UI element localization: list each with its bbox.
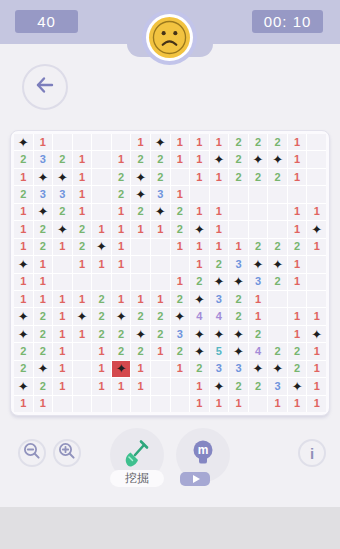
cell[interactable]: 2: [171, 221, 190, 237]
cell[interactable]: 2: [151, 326, 170, 342]
cell[interactable]: 1: [229, 396, 248, 412]
cell[interactable]: 1: [171, 134, 190, 150]
cell[interactable]: 1: [112, 291, 131, 307]
cell[interactable]: ✦: [229, 343, 248, 359]
cell[interactable]: ✦: [131, 186, 150, 202]
cell[interactable]: [249, 221, 268, 237]
mine-icon: ✦: [116, 362, 127, 375]
cell[interactable]: 2: [73, 239, 92, 255]
cell[interactable]: 4: [210, 308, 229, 324]
cell[interactable]: 1: [14, 396, 33, 412]
sad-face-icon: [152, 20, 187, 55]
cell[interactable]: 2: [34, 343, 53, 359]
cell[interactable]: ✦: [14, 378, 33, 394]
cell[interactable]: 1: [34, 134, 53, 150]
cell[interactable]: [171, 256, 190, 272]
mine-icon: ✦: [37, 362, 48, 375]
cell[interactable]: [307, 151, 326, 167]
cell[interactable]: [73, 134, 92, 150]
cell[interactable]: [73, 361, 92, 377]
cell[interactable]: ✦: [190, 343, 209, 359]
cell[interactable]: 1: [73, 326, 92, 342]
cell[interactable]: ✦: [151, 134, 170, 150]
mine-icon: ✦: [233, 345, 244, 358]
cell[interactable]: 1: [131, 378, 150, 394]
cell[interactable]: 1: [190, 151, 209, 167]
cell[interactable]: [92, 274, 111, 290]
cell[interactable]: 2: [92, 326, 111, 342]
cell[interactable]: 2: [288, 361, 307, 377]
cell[interactable]: [307, 186, 326, 202]
cell[interactable]: ✦: [34, 169, 53, 185]
cell[interactable]: 1: [112, 221, 131, 237]
cell[interactable]: 2: [249, 378, 268, 394]
cell[interactable]: ✦: [112, 308, 131, 324]
cell[interactable]: [171, 169, 190, 185]
mine-icon: ✦: [213, 153, 224, 166]
cell[interactable]: [307, 134, 326, 150]
cell[interactable]: ✦: [14, 308, 33, 324]
cell[interactable]: 2: [268, 343, 287, 359]
cell[interactable]: 1: [288, 204, 307, 220]
cell[interactable]: [307, 256, 326, 272]
mine-icon: ✦: [253, 258, 264, 271]
cell[interactable]: ✦: [288, 378, 307, 394]
cell[interactable]: [53, 396, 72, 412]
cell[interactable]: 1: [34, 274, 53, 290]
cell[interactable]: 2: [73, 221, 92, 237]
cell[interactable]: 1: [112, 256, 131, 272]
cell[interactable]: 1: [112, 151, 131, 167]
cell[interactable]: 1: [229, 239, 248, 255]
cell[interactable]: [92, 169, 111, 185]
cell[interactable]: [151, 361, 170, 377]
cell[interactable]: 1: [151, 291, 170, 307]
cell[interactable]: [53, 274, 72, 290]
cell[interactable]: 1: [288, 256, 307, 272]
cell[interactable]: [288, 186, 307, 202]
cell[interactable]: ✦: [34, 204, 53, 220]
cell[interactable]: 2: [151, 169, 170, 185]
cell[interactable]: [171, 378, 190, 394]
cell[interactable]: 2: [268, 274, 287, 290]
cell[interactable]: 1: [171, 361, 190, 377]
cell[interactable]: 1: [190, 378, 209, 394]
cell[interactable]: 2: [14, 186, 33, 202]
cell[interactable]: 2: [190, 274, 209, 290]
cell[interactable]: 1: [53, 361, 72, 377]
cell[interactable]: [131, 274, 150, 290]
cell[interactable]: 2: [268, 134, 287, 150]
cell[interactable]: [249, 204, 268, 220]
cell[interactable]: [151, 274, 170, 290]
cell[interactable]: [53, 134, 72, 150]
cell[interactable]: [229, 221, 248, 237]
cell[interactable]: ✦: [268, 151, 287, 167]
cell[interactable]: 1: [131, 221, 150, 237]
cell[interactable]: 1: [34, 256, 53, 272]
mine-icon: ✦: [57, 171, 68, 184]
cell[interactable]: 2: [249, 169, 268, 185]
cell[interactable]: 3: [210, 361, 229, 377]
cell[interactable]: [131, 239, 150, 255]
cell[interactable]: 1: [171, 274, 190, 290]
cell[interactable]: 4: [190, 308, 209, 324]
mine-icon: ✦: [18, 310, 29, 323]
cell[interactable]: ✦: [268, 361, 287, 377]
cell[interactable]: 2: [112, 186, 131, 202]
cell[interactable]: 1: [53, 308, 72, 324]
cell[interactable]: 1: [131, 361, 150, 377]
cell[interactable]: [307, 169, 326, 185]
cell[interactable]: 1: [151, 343, 170, 359]
cell[interactable]: 2: [171, 291, 190, 307]
cell[interactable]: [190, 186, 209, 202]
cell[interactable]: 1: [190, 396, 209, 412]
cell[interactable]: 1: [190, 256, 209, 272]
mine-icon: ✦: [194, 293, 205, 306]
cell[interactable]: 1: [307, 204, 326, 220]
exploded-mine-cell[interactable]: ✦: [112, 361, 131, 377]
cell[interactable]: 1: [288, 396, 307, 412]
cell[interactable]: 2: [151, 308, 170, 324]
cell[interactable]: 3: [229, 256, 248, 272]
cell[interactable]: ✦: [249, 361, 268, 377]
cell[interactable]: 3: [210, 291, 229, 307]
cell[interactable]: 5: [210, 343, 229, 359]
cell[interactable]: 2: [288, 343, 307, 359]
cell[interactable]: [268, 308, 287, 324]
cell[interactable]: ✦: [14, 326, 33, 342]
shovel-icon: [120, 436, 154, 474]
cell[interactable]: 1: [307, 239, 326, 255]
cell[interactable]: [151, 256, 170, 272]
cell[interactable]: 1: [53, 291, 72, 307]
cell[interactable]: 2: [34, 221, 53, 237]
cell[interactable]: 2: [190, 361, 209, 377]
cell[interactable]: 1: [249, 308, 268, 324]
cell[interactable]: 3: [249, 274, 268, 290]
cell[interactable]: ✦: [307, 326, 326, 342]
cell[interactable]: [249, 186, 268, 202]
cell[interactable]: 2: [171, 343, 190, 359]
cell[interactable]: 2: [92, 308, 111, 324]
cell[interactable]: ✦: [171, 308, 190, 324]
cell[interactable]: ✦: [53, 221, 72, 237]
cell[interactable]: [73, 378, 92, 394]
cell[interactable]: [171, 396, 190, 412]
minesweeper-board: ✦11✦1112221232112211✦2✦✦11✦✦12✦211222123…: [10, 130, 330, 416]
cell[interactable]: 1: [288, 169, 307, 185]
magnifier-plus-icon: [57, 441, 77, 465]
cell[interactable]: [249, 396, 268, 412]
svg-text:m: m: [198, 443, 209, 457]
cell[interactable]: 1: [249, 291, 268, 307]
cell[interactable]: ✦: [268, 256, 287, 272]
zoom-in-button[interactable]: [53, 439, 81, 467]
cell[interactable]: 1: [73, 169, 92, 185]
cell[interactable]: ✦: [34, 361, 53, 377]
cell[interactable]: 2: [288, 239, 307, 255]
cell[interactable]: ✦: [210, 274, 229, 290]
cell[interactable]: [151, 396, 170, 412]
cell[interactable]: 3: [34, 186, 53, 202]
zoom-out-button[interactable]: [18, 439, 46, 467]
cell[interactable]: 1: [112, 204, 131, 220]
cell[interactable]: 2: [268, 169, 287, 185]
cell[interactable]: ✦: [210, 378, 229, 394]
cell[interactable]: 2: [268, 239, 287, 255]
cell[interactable]: 2: [53, 204, 72, 220]
cell[interactable]: 1: [190, 134, 209, 150]
mine-icon: ✦: [37, 171, 48, 184]
cell[interactable]: 1: [92, 221, 111, 237]
cell[interactable]: ✦: [14, 256, 33, 272]
cell[interactable]: 1: [210, 239, 229, 255]
cell[interactable]: 2: [229, 291, 248, 307]
cell[interactable]: 1: [112, 239, 131, 255]
cell[interactable]: 2: [229, 151, 248, 167]
cell[interactable]: 2: [131, 308, 150, 324]
mine-icon: ✦: [253, 362, 264, 375]
mine-icon: ✦: [155, 136, 166, 149]
cell[interactable]: ✦: [151, 204, 170, 220]
cell[interactable]: [92, 396, 111, 412]
cell[interactable]: [73, 343, 92, 359]
cell[interactable]: ✦: [14, 134, 33, 150]
cell[interactable]: 1: [307, 361, 326, 377]
cell[interactable]: ✦: [229, 326, 248, 342]
hint-ad-badge[interactable]: [180, 472, 210, 486]
cell[interactable]: 2: [151, 151, 170, 167]
cell[interactable]: 1: [14, 169, 33, 185]
cell[interactable]: [112, 134, 131, 150]
cell[interactable]: 1: [171, 186, 190, 202]
cell[interactable]: ✦: [92, 239, 111, 255]
cell[interactable]: 3: [268, 378, 287, 394]
cell[interactable]: ✦: [190, 326, 209, 342]
cell[interactable]: 1: [171, 239, 190, 255]
cell[interactable]: 2: [14, 343, 33, 359]
cell[interactable]: 3: [151, 186, 170, 202]
cell[interactable]: 1: [92, 378, 111, 394]
cell[interactable]: ✦: [131, 326, 150, 342]
cell[interactable]: [112, 396, 131, 412]
cell[interactable]: 2: [171, 204, 190, 220]
cell[interactable]: 1: [190, 204, 209, 220]
cell[interactable]: 1: [307, 308, 326, 324]
mine-icon: ✦: [37, 205, 48, 218]
cell[interactable]: [92, 186, 111, 202]
mine-icon: ✦: [135, 171, 146, 184]
cell[interactable]: [268, 204, 287, 220]
mine-icon: ✦: [311, 328, 322, 341]
cell[interactable]: [73, 274, 92, 290]
cell[interactable]: 1: [288, 221, 307, 237]
cell[interactable]: 2: [131, 151, 150, 167]
cell[interactable]: 1: [112, 378, 131, 394]
cell[interactable]: [268, 221, 287, 237]
cell[interactable]: 1: [268, 396, 287, 412]
cell[interactable]: 1: [210, 169, 229, 185]
cell[interactable]: 2: [249, 134, 268, 150]
cell[interactable]: 1: [288, 134, 307, 150]
cell[interactable]: 1: [73, 256, 92, 272]
cell[interactable]: 2: [34, 378, 53, 394]
cell[interactable]: 2: [210, 256, 229, 272]
cell[interactable]: 1: [92, 256, 111, 272]
cell[interactable]: [92, 204, 111, 220]
cell[interactable]: [151, 378, 170, 394]
cell[interactable]: ✦: [210, 326, 229, 342]
cell[interactable]: ✦: [190, 221, 209, 237]
cell[interactable]: ✦: [53, 169, 72, 185]
cell[interactable]: ✦: [210, 151, 229, 167]
cell[interactable]: [131, 256, 150, 272]
cell[interactable]: 2: [34, 308, 53, 324]
cell[interactable]: 2: [229, 169, 248, 185]
cell[interactable]: 1: [210, 221, 229, 237]
cell[interactable]: 1: [210, 396, 229, 412]
cell[interactable]: [92, 151, 111, 167]
cell[interactable]: 1: [53, 378, 72, 394]
cell[interactable]: 1: [210, 134, 229, 150]
cell[interactable]: [92, 134, 111, 150]
cell[interactable]: 2: [53, 151, 72, 167]
cell[interactable]: 1: [307, 396, 326, 412]
back-button[interactable]: [22, 64, 68, 110]
cell[interactable]: 2: [229, 378, 248, 394]
cell[interactable]: 1: [14, 291, 33, 307]
mine-icon: ✦: [272, 362, 283, 375]
cell[interactable]: ✦: [249, 151, 268, 167]
timer: 00: 10: [252, 10, 323, 33]
mine-icon: ✦: [194, 328, 205, 341]
cell[interactable]: [151, 239, 170, 255]
cell[interactable]: 2: [249, 326, 268, 342]
cell[interactable]: 1: [73, 151, 92, 167]
cell[interactable]: 2: [14, 361, 33, 377]
cell[interactable]: 3: [34, 151, 53, 167]
cell[interactable]: [268, 326, 287, 342]
cell[interactable]: [210, 186, 229, 202]
cell[interactable]: 2: [92, 291, 111, 307]
cell[interactable]: 1: [288, 274, 307, 290]
cell[interactable]: ✦: [131, 169, 150, 185]
cell[interactable]: 3: [53, 186, 72, 202]
face-reset-button[interactable]: [149, 17, 190, 58]
cell[interactable]: 1: [92, 361, 111, 377]
cell[interactable]: [53, 256, 72, 272]
mine-icon: ✦: [57, 223, 68, 236]
mine-icon: ✦: [233, 275, 244, 288]
mine-icon: ✦: [233, 328, 244, 341]
cell[interactable]: [268, 186, 287, 202]
cell[interactable]: 2: [229, 308, 248, 324]
play-icon: [193, 475, 200, 483]
cell[interactable]: ✦: [229, 274, 248, 290]
cell[interactable]: 3: [171, 326, 190, 342]
cell[interactable]: 1: [171, 151, 190, 167]
mine-icon: ✦: [116, 310, 127, 323]
mine-icon: ✦: [18, 136, 29, 149]
cell[interactable]: 1: [34, 396, 53, 412]
cell[interactable]: [131, 396, 150, 412]
cell[interactable]: 1: [307, 378, 326, 394]
cell[interactable]: 1: [14, 221, 33, 237]
cell[interactable]: 1: [288, 326, 307, 342]
cell[interactable]: ✦: [249, 256, 268, 272]
cell[interactable]: 2: [229, 134, 248, 150]
cell[interactable]: 2: [14, 151, 33, 167]
cell[interactable]: 1: [210, 204, 229, 220]
cell[interactable]: 1: [307, 343, 326, 359]
cell[interactable]: 2: [131, 204, 150, 220]
cell[interactable]: [229, 204, 248, 220]
cell[interactable]: 2: [34, 239, 53, 255]
bottom-ad-band: [0, 507, 340, 549]
magnifier-minus-icon: [22, 441, 42, 465]
cell[interactable]: 1: [131, 291, 150, 307]
cell[interactable]: [307, 291, 326, 307]
cell[interactable]: 1: [190, 169, 209, 185]
cell[interactable]: 2: [34, 326, 53, 342]
cell[interactable]: [229, 186, 248, 202]
mine-icon: ✦: [272, 258, 283, 271]
cell[interactable]: [73, 396, 92, 412]
cell[interactable]: 1: [53, 343, 72, 359]
cell[interactable]: 1: [14, 274, 33, 290]
cell[interactable]: 1: [190, 239, 209, 255]
cell[interactable]: [307, 274, 326, 290]
cell[interactable]: 1: [73, 204, 92, 220]
cell[interactable]: 1: [151, 221, 170, 237]
cell[interactable]: [268, 291, 287, 307]
dig-tool-label: 挖掘: [110, 470, 164, 487]
cell[interactable]: 2: [112, 169, 131, 185]
info-button[interactable]: i: [298, 439, 326, 467]
mine-icon: ✦: [194, 345, 205, 358]
cell[interactable]: 1: [53, 326, 72, 342]
mine-icon: ✦: [77, 310, 88, 323]
cell[interactable]: 2: [112, 343, 131, 359]
cell[interactable]: 1: [131, 134, 150, 150]
mine-icon: ✦: [18, 258, 29, 271]
mine-icon: ✦: [253, 153, 264, 166]
cell[interactable]: 1: [34, 291, 53, 307]
cell[interactable]: ✦: [73, 308, 92, 324]
cell[interactable]: 1: [288, 151, 307, 167]
cell[interactable]: 2: [112, 326, 131, 342]
cell[interactable]: 1: [288, 308, 307, 324]
cell[interactable]: 1: [14, 204, 33, 220]
cell[interactable]: [112, 274, 131, 290]
cell[interactable]: [288, 291, 307, 307]
cell[interactable]: 1: [73, 186, 92, 202]
cell[interactable]: 3: [229, 361, 248, 377]
cell[interactable]: ✦: [190, 291, 209, 307]
cell[interactable]: 1: [92, 343, 111, 359]
mine-icon: ✦: [96, 240, 107, 253]
cell[interactable]: 2: [249, 239, 268, 255]
cell[interactable]: 1: [14, 239, 33, 255]
cell[interactable]: 1: [73, 291, 92, 307]
cell[interactable]: 1: [53, 239, 72, 255]
cell[interactable]: 2: [131, 343, 150, 359]
mine-icon: ✦: [194, 223, 205, 236]
cell[interactable]: 4: [249, 343, 268, 359]
cell[interactable]: ✦: [307, 221, 326, 237]
